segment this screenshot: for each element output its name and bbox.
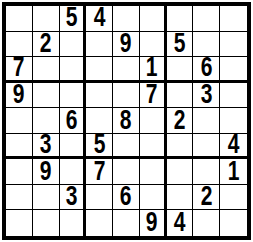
cell-r4c3[interactable] — [60, 83, 87, 109]
cell-digit: 5 — [174, 32, 186, 57]
cell-r6c4[interactable]: 5 — [86, 134, 113, 160]
sudoku-board: 5429571697368235497136294 — [2, 2, 251, 240]
cell-r8c5[interactable]: 6 — [113, 185, 140, 211]
cell-r7c8[interactable] — [193, 159, 220, 185]
cell-r9c4[interactable] — [86, 210, 113, 236]
sudoku-page: 5429571697368235497136294 — [0, 0, 253, 242]
cell-r7c1[interactable] — [6, 159, 33, 185]
cell-r5c3[interactable]: 6 — [60, 108, 87, 134]
cell-r3c6[interactable]: 1 — [140, 57, 167, 83]
cell-r2c5[interactable]: 9 — [113, 32, 140, 58]
cell-r4c8[interactable]: 3 — [193, 83, 220, 109]
cell-r2c1[interactable] — [6, 32, 33, 58]
cell-r6c6[interactable] — [140, 134, 167, 160]
cell-digit: 6 — [120, 185, 132, 210]
cell-r1c6[interactable] — [140, 6, 167, 32]
cell-digit: 7 — [146, 83, 158, 108]
cell-r8c1[interactable] — [6, 185, 33, 211]
cell-r1c1[interactable] — [6, 6, 33, 32]
cell-r4c1[interactable]: 9 — [6, 83, 33, 109]
cell-r9c9[interactable] — [220, 210, 247, 236]
cell-r9c5[interactable] — [113, 210, 140, 236]
cell-digit: 7 — [13, 57, 25, 81]
cell-r1c8[interactable] — [193, 6, 220, 32]
cell-r3c4[interactable] — [86, 57, 113, 83]
cell-r3c5[interactable] — [113, 57, 140, 83]
cell-digit: 2 — [200, 185, 212, 210]
cell-r1c5[interactable] — [113, 6, 140, 32]
cell-r1c2[interactable] — [33, 6, 60, 32]
cell-digit: 3 — [66, 185, 78, 210]
cell-r3c3[interactable] — [60, 57, 87, 83]
cell-digit: 5 — [66, 6, 78, 31]
cell-digit: 9 — [40, 159, 52, 184]
cell-r2c6[interactable] — [140, 32, 167, 58]
cell-r7c2[interactable]: 9 — [33, 159, 60, 185]
cell-r5c8[interactable] — [193, 108, 220, 134]
cell-r9c7[interactable]: 4 — [167, 210, 194, 236]
cell-digit: 1 — [146, 57, 158, 81]
cell-digit: 6 — [66, 108, 78, 133]
cell-r3c1[interactable]: 7 — [6, 57, 33, 83]
cell-digit: 3 — [40, 134, 52, 158]
cell-r6c1[interactable] — [6, 134, 33, 160]
cell-r5c1[interactable] — [6, 108, 33, 134]
cell-r6c7[interactable] — [167, 134, 194, 160]
cell-r4c2[interactable] — [33, 83, 60, 109]
cell-r2c4[interactable] — [86, 32, 113, 58]
cell-r9c3[interactable] — [60, 210, 87, 236]
cell-r9c1[interactable] — [6, 210, 33, 236]
cell-r4c7[interactable] — [167, 83, 194, 109]
cell-r6c5[interactable] — [113, 134, 140, 160]
cell-r8c3[interactable]: 3 — [60, 185, 87, 211]
cell-r5c2[interactable] — [33, 108, 60, 134]
cell-r6c9[interactable]: 4 — [220, 134, 247, 160]
cell-r3c7[interactable] — [167, 57, 194, 83]
cell-r7c7[interactable] — [167, 159, 194, 185]
cell-digit: 8 — [120, 108, 132, 133]
cell-r7c9[interactable]: 1 — [220, 159, 247, 185]
cell-r5c7[interactable]: 2 — [167, 108, 194, 134]
cell-r5c6[interactable] — [140, 108, 167, 134]
cell-r8c9[interactable] — [220, 185, 247, 211]
cell-r7c6[interactable] — [140, 159, 167, 185]
cell-r1c9[interactable] — [220, 6, 247, 32]
cell-digit: 2 — [174, 108, 186, 133]
cell-r8c2[interactable] — [33, 185, 60, 211]
cell-r4c9[interactable] — [220, 83, 247, 109]
cell-digit: 5 — [93, 134, 105, 158]
cell-r2c7[interactable]: 5 — [167, 32, 194, 58]
cell-r7c3[interactable] — [60, 159, 87, 185]
cell-r4c6[interactable]: 7 — [140, 83, 167, 109]
cell-r9c8[interactable] — [193, 210, 220, 236]
cell-r2c2[interactable]: 2 — [33, 32, 60, 58]
cell-r3c2[interactable] — [33, 57, 60, 83]
cell-r2c3[interactable] — [60, 32, 87, 58]
cell-r5c5[interactable]: 8 — [113, 108, 140, 134]
cell-digit: 4 — [93, 6, 105, 31]
cell-r8c4[interactable] — [86, 185, 113, 211]
cell-digit: 3 — [200, 83, 212, 108]
cell-r8c6[interactable] — [140, 185, 167, 211]
cell-digit: 7 — [93, 159, 105, 184]
cell-r1c4[interactable]: 4 — [86, 6, 113, 32]
cell-digit: 1 — [228, 159, 240, 184]
cell-digit: 2 — [40, 32, 52, 57]
cell-digit: 9 — [120, 32, 132, 57]
cell-r8c8[interactable]: 2 — [193, 185, 220, 211]
cell-r6c2[interactable]: 3 — [33, 134, 60, 160]
cell-r1c7[interactable] — [167, 6, 194, 32]
cell-r5c4[interactable] — [86, 108, 113, 134]
cell-r4c4[interactable] — [86, 83, 113, 109]
cell-r8c7[interactable] — [167, 185, 194, 211]
cell-r9c6[interactable]: 9 — [140, 210, 167, 236]
cell-r1c3[interactable]: 5 — [60, 6, 87, 32]
cell-digit: 9 — [13, 83, 25, 108]
cell-r6c3[interactable] — [60, 134, 87, 160]
cell-r3c9[interactable] — [220, 57, 247, 83]
cell-r3c8[interactable]: 6 — [193, 57, 220, 83]
cell-r2c9[interactable] — [220, 32, 247, 58]
cell-r7c5[interactable] — [113, 159, 140, 185]
cell-r5c9[interactable] — [220, 108, 247, 134]
cell-r9c2[interactable] — [33, 210, 60, 236]
cell-r4c5[interactable] — [113, 83, 140, 109]
cell-digit: 4 — [174, 210, 186, 236]
cell-r6c8[interactable] — [193, 134, 220, 160]
cell-digit: 9 — [146, 210, 158, 236]
cell-r7c4[interactable]: 7 — [86, 159, 113, 185]
cell-digit: 4 — [228, 134, 240, 158]
cell-digit: 6 — [200, 57, 212, 81]
cell-r2c8[interactable] — [193, 32, 220, 58]
